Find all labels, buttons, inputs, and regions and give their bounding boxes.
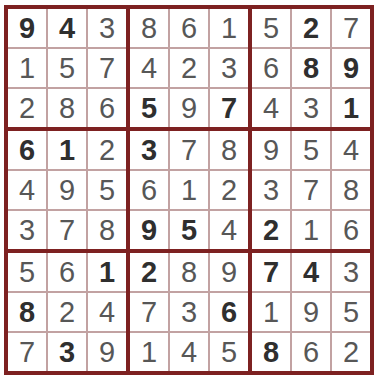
sudoku-cell-r3c4[interactable]: 5 bbox=[130, 89, 168, 127]
sudoku-cell-r4c8[interactable]: 5 bbox=[292, 131, 330, 169]
sudoku-cell-r6c6[interactable]: 4 bbox=[210, 211, 248, 249]
sudoku-cell-r7c2[interactable]: 6 bbox=[48, 253, 86, 291]
sudoku-cell-r3c7[interactable]: 4 bbox=[252, 89, 290, 127]
sudoku-cell-r8c4[interactable]: 7 bbox=[130, 293, 168, 331]
sudoku-cell-r1c9[interactable]: 7 bbox=[332, 9, 370, 47]
sudoku-cell-r1c2[interactable]: 4 bbox=[48, 9, 86, 47]
sudoku-cell-r4c4[interactable]: 3 bbox=[130, 131, 168, 169]
sudoku-cell-r1c3[interactable]: 3 bbox=[88, 9, 126, 47]
sudoku-cell-r6c5[interactable]: 5 bbox=[170, 211, 208, 249]
sudoku-cell-r8c9[interactable]: 5 bbox=[332, 293, 370, 331]
sudoku-cell-r5c7[interactable]: 3 bbox=[252, 171, 290, 209]
sudoku-cell-r9c4[interactable]: 1 bbox=[130, 333, 168, 371]
sudoku-cell-r5c3[interactable]: 5 bbox=[88, 171, 126, 209]
sudoku-cell-r2c5[interactable]: 2 bbox=[170, 49, 208, 87]
sudoku-cell-r8c1[interactable]: 8 bbox=[8, 293, 46, 331]
sudoku-box-7: 561824739 bbox=[6, 251, 128, 373]
sudoku-cell-r6c8[interactable]: 1 bbox=[292, 211, 330, 249]
sudoku-cell-r6c7[interactable]: 2 bbox=[252, 211, 290, 249]
sudoku-cell-r7c7[interactable]: 7 bbox=[252, 253, 290, 291]
sudoku-cell-r7c9[interactable]: 3 bbox=[332, 253, 370, 291]
sudoku-cell-r8c3[interactable]: 4 bbox=[88, 293, 126, 331]
sudoku-cell-r6c3[interactable]: 8 bbox=[88, 211, 126, 249]
sudoku-cell-r8c6[interactable]: 6 bbox=[210, 293, 248, 331]
sudoku-cell-r3c8[interactable]: 3 bbox=[292, 89, 330, 127]
sudoku-box-3: 527689431 bbox=[250, 7, 372, 129]
sudoku-cell-r2c9[interactable]: 9 bbox=[332, 49, 370, 87]
sudoku-cell-r7c3[interactable]: 1 bbox=[88, 253, 126, 291]
sudoku-cell-r1c8[interactable]: 2 bbox=[292, 9, 330, 47]
sudoku-cell-r4c7[interactable]: 9 bbox=[252, 131, 290, 169]
sudoku-cell-r5c6[interactable]: 2 bbox=[210, 171, 248, 209]
sudoku-cell-r2c1[interactable]: 1 bbox=[8, 49, 46, 87]
sudoku-cell-r5c8[interactable]: 7 bbox=[292, 171, 330, 209]
sudoku-cell-r4c9[interactable]: 4 bbox=[332, 131, 370, 169]
sudoku-cell-r2c8[interactable]: 8 bbox=[292, 49, 330, 87]
sudoku-cell-r6c9[interactable]: 6 bbox=[332, 211, 370, 249]
sudoku-cell-r2c7[interactable]: 6 bbox=[252, 49, 290, 87]
sudoku-cell-r9c2[interactable]: 3 bbox=[48, 333, 86, 371]
sudoku-box-4: 612495378 bbox=[6, 129, 128, 251]
sudoku-box-9: 743195862 bbox=[250, 251, 372, 373]
sudoku-cell-r5c2[interactable]: 9 bbox=[48, 171, 86, 209]
sudoku-cell-r5c4[interactable]: 6 bbox=[130, 171, 168, 209]
sudoku-cell-r1c1[interactable]: 9 bbox=[8, 9, 46, 47]
sudoku-cell-r1c7[interactable]: 5 bbox=[252, 9, 290, 47]
sudoku-box-5: 378612954 bbox=[128, 129, 250, 251]
sudoku-cell-r4c1[interactable]: 6 bbox=[8, 131, 46, 169]
sudoku-cell-r2c3[interactable]: 7 bbox=[88, 49, 126, 87]
sudoku-box-2: 861423597 bbox=[128, 7, 250, 129]
sudoku-box-1: 943157286 bbox=[6, 7, 128, 129]
sudoku-cell-r7c4[interactable]: 2 bbox=[130, 253, 168, 291]
sudoku-cell-r6c4[interactable]: 9 bbox=[130, 211, 168, 249]
sudoku-cell-r3c5[interactable]: 9 bbox=[170, 89, 208, 127]
sudoku-cell-r1c6[interactable]: 1 bbox=[210, 9, 248, 47]
sudoku-cell-r6c1[interactable]: 3 bbox=[8, 211, 46, 249]
sudoku-cell-r7c5[interactable]: 8 bbox=[170, 253, 208, 291]
sudoku-cell-r3c3[interactable]: 6 bbox=[88, 89, 126, 127]
sudoku-cell-r9c8[interactable]: 6 bbox=[292, 333, 330, 371]
sudoku-cell-r1c5[interactable]: 6 bbox=[170, 9, 208, 47]
sudoku-cell-r4c5[interactable]: 7 bbox=[170, 131, 208, 169]
sudoku-cell-r2c6[interactable]: 3 bbox=[210, 49, 248, 87]
sudoku-cell-r8c2[interactable]: 2 bbox=[48, 293, 86, 331]
sudoku-cell-r9c7[interactable]: 8 bbox=[252, 333, 290, 371]
sudoku-board: 9431572868614235975276894316124953783786… bbox=[4, 5, 374, 375]
sudoku-cell-r9c3[interactable]: 9 bbox=[88, 333, 126, 371]
sudoku-cell-r2c2[interactable]: 5 bbox=[48, 49, 86, 87]
sudoku-cell-r4c6[interactable]: 8 bbox=[210, 131, 248, 169]
sudoku-box-6: 954378216 bbox=[250, 129, 372, 251]
sudoku-cell-r2c4[interactable]: 4 bbox=[130, 49, 168, 87]
sudoku-cell-r8c5[interactable]: 3 bbox=[170, 293, 208, 331]
sudoku-cell-r9c5[interactable]: 4 bbox=[170, 333, 208, 371]
sudoku-box-8: 289736145 bbox=[128, 251, 250, 373]
sudoku-cell-r3c1[interactable]: 2 bbox=[8, 89, 46, 127]
sudoku-cell-r7c8[interactable]: 4 bbox=[292, 253, 330, 291]
sudoku-cell-r9c6[interactable]: 5 bbox=[210, 333, 248, 371]
sudoku-cell-r3c9[interactable]: 1 bbox=[332, 89, 370, 127]
sudoku-cell-r8c7[interactable]: 1 bbox=[252, 293, 290, 331]
page: 9431572868614235975276894316124953783786… bbox=[0, 0, 378, 380]
sudoku-cell-r4c2[interactable]: 1 bbox=[48, 131, 86, 169]
sudoku-cell-r4c3[interactable]: 2 bbox=[88, 131, 126, 169]
sudoku-cell-r3c6[interactable]: 7 bbox=[210, 89, 248, 127]
sudoku-cell-r5c1[interactable]: 4 bbox=[8, 171, 46, 209]
sudoku-cell-r5c5[interactable]: 1 bbox=[170, 171, 208, 209]
sudoku-cell-r7c1[interactable]: 5 bbox=[8, 253, 46, 291]
sudoku-cell-r9c1[interactable]: 7 bbox=[8, 333, 46, 371]
sudoku-cell-r8c8[interactable]: 9 bbox=[292, 293, 330, 331]
sudoku-cell-r6c2[interactable]: 7 bbox=[48, 211, 86, 249]
sudoku-cell-r1c4[interactable]: 8 bbox=[130, 9, 168, 47]
sudoku-cell-r9c9[interactable]: 2 bbox=[332, 333, 370, 371]
sudoku-cell-r5c9[interactable]: 8 bbox=[332, 171, 370, 209]
sudoku-cell-r7c6[interactable]: 9 bbox=[210, 253, 248, 291]
sudoku-cell-r3c2[interactable]: 8 bbox=[48, 89, 86, 127]
